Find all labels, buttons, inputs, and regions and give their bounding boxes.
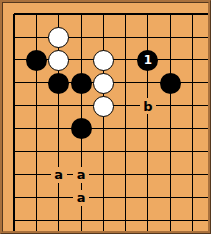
black-stone	[26, 50, 47, 71]
point-label-a: a	[51, 167, 67, 183]
white-stone	[93, 50, 114, 71]
point-label-a: a	[73, 167, 89, 183]
white-stone	[93, 73, 114, 94]
black-stone	[48, 73, 69, 94]
point-label-b: b	[140, 98, 156, 114]
point-label-a: a	[73, 190, 89, 206]
white-stone	[48, 50, 69, 71]
go-board: 1baaa	[3, 3, 211, 232]
white-stone	[48, 27, 69, 48]
black-stone	[160, 73, 181, 94]
white-stone	[93, 96, 114, 117]
go-diagram: 1baaa	[0, 0, 211, 234]
move-1-stone: 1	[137, 50, 158, 71]
black-stone	[71, 118, 92, 139]
black-stone	[71, 73, 92, 94]
